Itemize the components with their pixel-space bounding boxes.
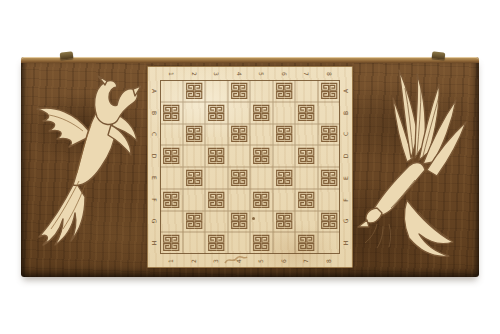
meander-ornament-icon [185,82,203,100]
board-cell [160,102,183,124]
board-cell [160,167,183,189]
board-cell [160,124,183,146]
board-cell [160,145,183,167]
board-cell [228,167,251,189]
file-label: 7 [295,254,318,267]
file-label: 8 [318,254,341,267]
file-label: 2 [183,254,206,267]
board-cell [250,189,273,211]
board-cell [273,145,296,167]
wooden-case: 12345678AABBCCDDEEFFGGHH12345678 [21,57,479,277]
board-corner [148,254,160,267]
board-cell [205,124,228,146]
rank-label-text: D [151,154,157,159]
meander-ornament-icon [275,169,293,187]
meander-ornament-icon [162,104,180,122]
file-label-text: 1 [168,259,174,263]
board-cell [273,80,296,102]
rank-label: H [148,232,160,254]
board-cell [273,167,296,189]
meander-ornament-icon [162,234,180,252]
board-cell [295,167,318,189]
board-cell [318,167,341,189]
board-cell [160,211,183,233]
rank-label: A [340,80,352,102]
file-label: 8 [318,67,341,80]
file-label-text: 3 [213,259,219,263]
board-cell [295,211,318,233]
board-cell [205,189,228,211]
file-label-text: 5 [258,259,264,263]
meander-ornament-icon [252,104,270,122]
board-cell [160,232,183,254]
board-corner [340,67,352,80]
board-cell [250,211,273,233]
board-cell [183,80,206,102]
board-cell [228,102,251,124]
file-label: 3 [205,67,228,80]
rank-label: E [148,167,160,189]
right-eagle-carving [355,62,475,260]
file-label-text: 6 [281,259,287,263]
board-cell [295,232,318,254]
meander-ornament-icon [320,125,338,143]
board-cell [183,145,206,167]
board-cell [273,102,296,124]
file-label-text: 3 [213,72,219,76]
file-label: 7 [295,67,318,80]
file-label-text: 5 [258,72,264,76]
rank-label-text: H [151,241,157,246]
board-cell [318,189,341,211]
board-cell [250,80,273,102]
file-label: 6 [273,254,296,267]
rank-label-text: D [343,154,349,159]
chessboard-panel: 12345678AABBCCDDEEFFGGHH12345678 [147,66,353,268]
file-label-text: 8 [326,72,332,76]
file-label-text: 1 [168,72,174,76]
meander-ornament-icon [207,147,225,165]
board-cell [318,102,341,124]
board-cell [183,189,206,211]
board-cell [318,211,341,233]
board-cell [228,211,251,233]
wood-knot [252,217,255,220]
meander-ornament-icon [252,147,270,165]
rank-label-text: G [151,219,157,224]
meander-ornament-icon [320,82,338,100]
rank-label: B [148,102,160,124]
board-cell [273,124,296,146]
meander-ornament-icon [275,125,293,143]
board-cell [183,232,206,254]
file-label-text: 7 [303,259,309,263]
rank-label: A [148,80,160,102]
meander-ornament-icon [207,104,225,122]
rank-label: C [340,124,352,146]
board-cell [228,80,251,102]
board-cell [295,124,318,146]
file-label: 5 [250,67,273,80]
meander-ornament-icon [207,234,225,252]
file-label-text: 7 [303,72,309,76]
meander-ornament-icon [207,191,225,209]
meander-ornament-icon [252,234,270,252]
board-cell [160,189,183,211]
board-cell [250,124,273,146]
board-cell [295,145,318,167]
rank-label: E [340,167,352,189]
board-cell [205,211,228,233]
board-cell [183,124,206,146]
board-cell [228,232,251,254]
board-cell [250,145,273,167]
rank-label-text: A [343,89,349,93]
rank-label-text: E [343,176,349,180]
file-label-text: 2 [191,72,197,76]
file-label-text: 8 [326,259,332,263]
file-label-text: 4 [236,72,242,76]
board-cell [318,80,341,102]
meander-ornament-icon [297,191,315,209]
rank-label: B [340,102,352,124]
meander-ornament-icon [230,82,248,100]
right-hinge [432,51,446,59]
meander-ornament-icon [297,104,315,122]
file-label: 2 [183,67,206,80]
rank-label-text: A [151,89,157,93]
board-cell [205,167,228,189]
meander-ornament-icon [275,82,293,100]
chessboard: 12345678AABBCCDDEEFFGGHH12345678 [148,67,352,267]
meander-ornament-icon [162,147,180,165]
file-label: 1 [160,67,183,80]
board-cell [295,189,318,211]
rank-label-text: E [151,176,157,180]
rank-label-text: G [343,219,349,224]
board-cell [318,145,341,167]
meander-ornament-icon [230,212,248,230]
board-cell [273,232,296,254]
board-cell [228,145,251,167]
rank-label-text: F [343,198,349,201]
board-cell [183,102,206,124]
left-eagle-carving [29,69,141,251]
file-label: 4 [228,67,251,80]
meander-ornament-icon [297,147,315,165]
meander-ornament-icon [275,212,293,230]
board-cell [295,102,318,124]
meander-ornament-icon [185,125,203,143]
board-cell [160,80,183,102]
rank-label: G [148,211,160,233]
board-cell [250,102,273,124]
meander-ornament-icon [297,234,315,252]
rank-label: G [340,211,352,233]
board-cell [205,145,228,167]
board-cell [205,232,228,254]
meander-ornament-icon [230,169,248,187]
file-label-text: 2 [191,259,197,263]
board-cell [250,232,273,254]
meander-ornament-icon [320,169,338,187]
rank-label: F [148,189,160,211]
rank-label-text: C [343,132,349,136]
rank-label: D [340,145,352,167]
rank-label-text: F [151,198,157,201]
rank-label: F [340,189,352,211]
board-cell [205,80,228,102]
board-cell [273,189,296,211]
meander-ornament-icon [230,125,248,143]
board-cell [228,189,251,211]
board-cell [273,211,296,233]
meander-ornament-icon [320,212,338,230]
board-cell [250,167,273,189]
rank-label-text: H [343,241,349,246]
wood-stain [224,253,248,267]
meander-ornament-icon [185,169,203,187]
board-cell [205,102,228,124]
rank-label-text: B [151,111,157,115]
rank-label-text: B [343,111,349,115]
board-corner [148,67,160,80]
file-label: 5 [250,254,273,267]
meander-ornament-icon [252,191,270,209]
left-hinge [60,51,74,59]
file-label-text: 6 [281,72,287,76]
board-cell [318,232,341,254]
rank-label-text: C [151,132,157,136]
board-cell [183,211,206,233]
file-label: 1 [160,254,183,267]
rank-label: D [148,145,160,167]
board-corner [340,254,352,267]
board-photo: 12345678AABBCCDDEEFFGGHH12345678 [0,0,500,334]
rank-label: H [340,232,352,254]
board-cell [295,80,318,102]
rank-label: C [148,124,160,146]
file-label: 6 [273,67,296,80]
board-cell [318,124,341,146]
meander-ornament-icon [162,191,180,209]
board-cell [183,167,206,189]
board-cell [228,124,251,146]
meander-ornament-icon [185,212,203,230]
